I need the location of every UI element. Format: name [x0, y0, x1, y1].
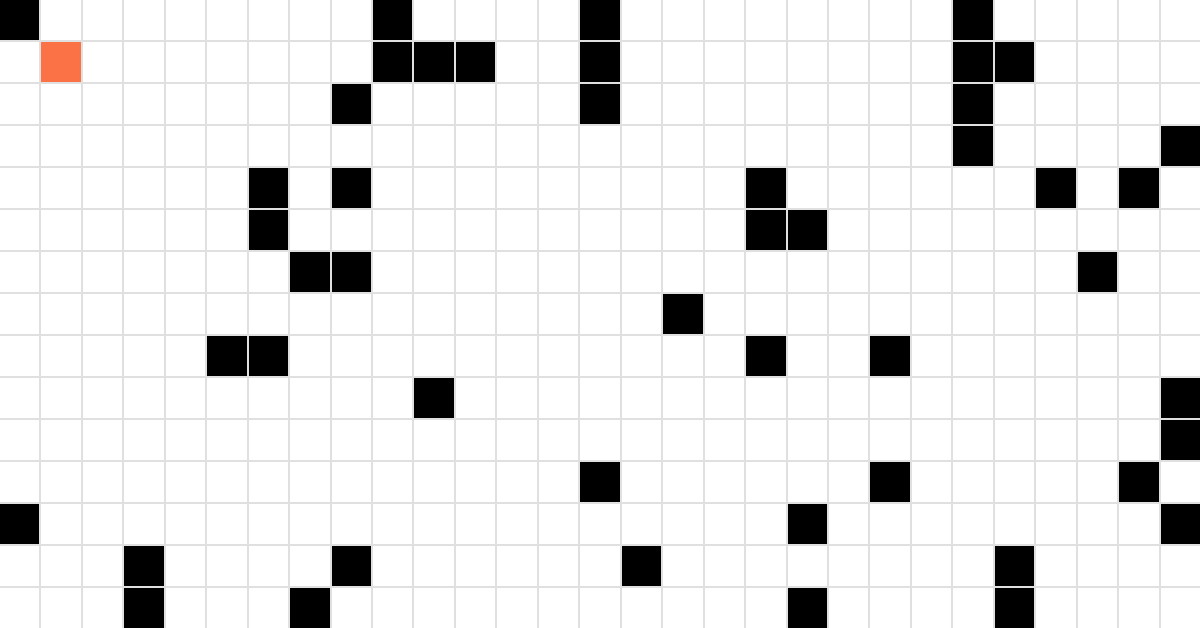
cell-r9-c27[interactable] [1119, 378, 1158, 418]
live-cell-r11-c21[interactable] [870, 462, 909, 502]
live-cell-r12-c19[interactable] [788, 504, 827, 544]
cell-r11-c8[interactable] [332, 462, 371, 502]
cell-r7-c23[interactable] [953, 294, 992, 334]
cell-r8-c11[interactable] [456, 336, 495, 376]
cell-r12-c15[interactable] [622, 504, 661, 544]
cell-r11-c12[interactable] [497, 462, 536, 502]
cell-r5-c26[interactable] [1078, 210, 1117, 250]
cell-r12-c16[interactable] [663, 504, 702, 544]
cell-r7-c6[interactable] [249, 294, 288, 334]
cell-r8-c14[interactable] [580, 336, 619, 376]
cell-r1-c4[interactable] [166, 42, 205, 82]
live-cell-r13-c24[interactable] [995, 546, 1034, 586]
cell-r4-c24[interactable] [995, 168, 1034, 208]
cell-r7-c5[interactable] [207, 294, 246, 334]
cell-r1-c7[interactable] [290, 42, 329, 82]
cell-r3-c8[interactable] [332, 126, 371, 166]
cell-r6-c22[interactable] [912, 252, 951, 292]
cell-r7-c20[interactable] [829, 294, 868, 334]
cell-r12-c8[interactable] [332, 504, 371, 544]
cell-r10-c12[interactable] [497, 420, 536, 460]
cell-r5-c0[interactable] [0, 210, 39, 250]
cell-r1-c13[interactable] [539, 42, 578, 82]
cell-r6-c16[interactable] [663, 252, 702, 292]
cell-r8-c19[interactable] [788, 336, 827, 376]
cell-r7-c7[interactable] [290, 294, 329, 334]
cell-r5-c24[interactable] [995, 210, 1034, 250]
cell-r11-c4[interactable] [166, 462, 205, 502]
live-cell-r4-c25[interactable] [1036, 168, 1075, 208]
cell-r3-c4[interactable] [166, 126, 205, 166]
cell-r1-c12[interactable] [497, 42, 536, 82]
cell-r11-c9[interactable] [373, 462, 412, 502]
cell-r2-c11[interactable] [456, 84, 495, 124]
cell-r9-c20[interactable] [829, 378, 868, 418]
cell-r8-c20[interactable] [829, 336, 868, 376]
cell-r7-c25[interactable] [1036, 294, 1075, 334]
cell-r1-c26[interactable] [1078, 42, 1117, 82]
cell-r2-c28[interactable] [1161, 84, 1200, 124]
cell-r0-c16[interactable] [663, 0, 702, 40]
live-cell-r0-c9[interactable] [373, 0, 412, 40]
cell-r9-c24[interactable] [995, 378, 1034, 418]
cell-r6-c2[interactable] [83, 252, 122, 292]
cell-r14-c22[interactable] [912, 588, 951, 628]
cell-r2-c15[interactable] [622, 84, 661, 124]
cell-r2-c20[interactable] [829, 84, 868, 124]
cell-r10-c6[interactable] [249, 420, 288, 460]
cell-r9-c26[interactable] [1078, 378, 1117, 418]
cell-r8-c10[interactable] [414, 336, 453, 376]
cell-r5-c5[interactable] [207, 210, 246, 250]
cell-r4-c3[interactable] [124, 168, 163, 208]
cell-r5-c25[interactable] [1036, 210, 1075, 250]
cell-r5-c16[interactable] [663, 210, 702, 250]
cell-r6-c3[interactable] [124, 252, 163, 292]
cell-r8-c2[interactable] [83, 336, 122, 376]
cell-r5-c10[interactable] [414, 210, 453, 250]
cell-r12-c20[interactable] [829, 504, 868, 544]
cell-r14-c2[interactable] [83, 588, 122, 628]
cell-r0-c17[interactable] [705, 0, 744, 40]
cell-r2-c21[interactable] [870, 84, 909, 124]
cell-r14-c10[interactable] [414, 588, 453, 628]
cell-r1-c15[interactable] [622, 42, 661, 82]
cell-r3-c14[interactable] [580, 126, 619, 166]
live-cell-r10-c28[interactable] [1161, 420, 1200, 460]
cell-r3-c5[interactable] [207, 126, 246, 166]
cell-r0-c26[interactable] [1078, 0, 1117, 40]
cell-r4-c14[interactable] [580, 168, 619, 208]
live-cell-r0-c14[interactable] [580, 0, 619, 40]
cell-r0-c1[interactable] [41, 0, 80, 40]
cell-r12-c17[interactable] [705, 504, 744, 544]
cell-r5-c13[interactable] [539, 210, 578, 250]
cell-r11-c20[interactable] [829, 462, 868, 502]
cell-r9-c19[interactable] [788, 378, 827, 418]
cell-r6-c24[interactable] [995, 252, 1034, 292]
live-cell-r1-c14[interactable] [580, 42, 619, 82]
live-cell-r13-c3[interactable] [124, 546, 163, 586]
cell-r4-c22[interactable] [912, 168, 951, 208]
live-cell-r14-c7[interactable] [290, 588, 329, 628]
cell-r12-c25[interactable] [1036, 504, 1075, 544]
cell-r14-c13[interactable] [539, 588, 578, 628]
cell-r0-c6[interactable] [249, 0, 288, 40]
cell-r8-c13[interactable] [539, 336, 578, 376]
live-cell-r9-c28[interactable] [1161, 378, 1200, 418]
cell-r11-c1[interactable] [41, 462, 80, 502]
cell-r0-c4[interactable] [166, 0, 205, 40]
cell-r12-c12[interactable] [497, 504, 536, 544]
cell-r9-c5[interactable] [207, 378, 246, 418]
cell-r2-c0[interactable] [0, 84, 39, 124]
cell-r8-c12[interactable] [497, 336, 536, 376]
cell-r7-c17[interactable] [705, 294, 744, 334]
cell-r2-c26[interactable] [1078, 84, 1117, 124]
cell-r1-c19[interactable] [788, 42, 827, 82]
cell-r13-c17[interactable] [705, 546, 744, 586]
cell-r7-c26[interactable] [1078, 294, 1117, 334]
cell-r14-c28[interactable] [1161, 588, 1200, 628]
cell-r11-c2[interactable] [83, 462, 122, 502]
cell-r9-c22[interactable] [912, 378, 951, 418]
cell-r6-c5[interactable] [207, 252, 246, 292]
cell-r6-c20[interactable] [829, 252, 868, 292]
cell-r13-c25[interactable] [1036, 546, 1075, 586]
cell-r3-c3[interactable] [124, 126, 163, 166]
cell-r5-c8[interactable] [332, 210, 371, 250]
cell-r4-c9[interactable] [373, 168, 412, 208]
cell-r13-c4[interactable] [166, 546, 205, 586]
cell-r7-c11[interactable] [456, 294, 495, 334]
cell-r11-c10[interactable] [414, 462, 453, 502]
cell-r2-c3[interactable] [124, 84, 163, 124]
cell-r0-c8[interactable] [332, 0, 371, 40]
cell-r0-c28[interactable] [1161, 0, 1200, 40]
cell-r8-c1[interactable] [41, 336, 80, 376]
cell-r2-c2[interactable] [83, 84, 122, 124]
cell-r4-c11[interactable] [456, 168, 495, 208]
cell-r12-c26[interactable] [1078, 504, 1117, 544]
cell-r13-c22[interactable] [912, 546, 951, 586]
cell-r6-c19[interactable] [788, 252, 827, 292]
cell-r1-c5[interactable] [207, 42, 246, 82]
cell-r10-c17[interactable] [705, 420, 744, 460]
cell-r14-c1[interactable] [41, 588, 80, 628]
cell-r5-c9[interactable] [373, 210, 412, 250]
cell-r2-c19[interactable] [788, 84, 827, 124]
cell-r8-c16[interactable] [663, 336, 702, 376]
cell-r3-c24[interactable] [995, 126, 1034, 166]
cell-r5-c2[interactable] [83, 210, 122, 250]
cell-r11-c11[interactable] [456, 462, 495, 502]
cell-r2-c24[interactable] [995, 84, 1034, 124]
cell-r9-c23[interactable] [953, 378, 992, 418]
cell-r7-c13[interactable] [539, 294, 578, 334]
cell-r14-c14[interactable] [580, 588, 619, 628]
cell-r1-c17[interactable] [705, 42, 744, 82]
cell-r14-c16[interactable] [663, 588, 702, 628]
live-cell-r14-c24[interactable] [995, 588, 1034, 628]
cell-r11-c6[interactable] [249, 462, 288, 502]
cell-r2-c6[interactable] [249, 84, 288, 124]
cell-r11-c25[interactable] [1036, 462, 1075, 502]
cell-r2-c7[interactable] [290, 84, 329, 124]
cell-r11-c19[interactable] [788, 462, 827, 502]
cell-r0-c11[interactable] [456, 0, 495, 40]
cell-r12-c10[interactable] [414, 504, 453, 544]
cell-r12-c21[interactable] [870, 504, 909, 544]
cell-r4-c10[interactable] [414, 168, 453, 208]
cell-r6-c17[interactable] [705, 252, 744, 292]
cell-r7-c2[interactable] [83, 294, 122, 334]
cell-r0-c15[interactable] [622, 0, 661, 40]
cell-r5-c21[interactable] [870, 210, 909, 250]
cell-r14-c27[interactable] [1119, 588, 1158, 628]
cell-r6-c15[interactable] [622, 252, 661, 292]
cell-r4-c15[interactable] [622, 168, 661, 208]
cell-r10-c4[interactable] [166, 420, 205, 460]
live-cell-r6-c8[interactable] [332, 252, 371, 292]
cell-r13-c27[interactable] [1119, 546, 1158, 586]
cell-r1-c2[interactable] [83, 42, 122, 82]
cell-r6-c12[interactable] [497, 252, 536, 292]
live-cell-r8-c6[interactable] [249, 336, 288, 376]
cell-r3-c10[interactable] [414, 126, 453, 166]
cell-r3-c7[interactable] [290, 126, 329, 166]
cell-r11-c5[interactable] [207, 462, 246, 502]
cell-r9-c15[interactable] [622, 378, 661, 418]
cell-r7-c28[interactable] [1161, 294, 1200, 334]
cell-r8-c24[interactable] [995, 336, 1034, 376]
cell-r12-c23[interactable] [953, 504, 992, 544]
cell-r13-c28[interactable] [1161, 546, 1200, 586]
cell-r11-c23[interactable] [953, 462, 992, 502]
cell-r0-c22[interactable] [912, 0, 951, 40]
cell-r0-c7[interactable] [290, 0, 329, 40]
cell-r0-c10[interactable] [414, 0, 453, 40]
cell-r3-c26[interactable] [1078, 126, 1117, 166]
cell-r11-c0[interactable] [0, 462, 39, 502]
live-cell-r12-c28[interactable] [1161, 504, 1200, 544]
cell-r9-c9[interactable] [373, 378, 412, 418]
cell-r11-c16[interactable] [663, 462, 702, 502]
cell-r7-c27[interactable] [1119, 294, 1158, 334]
cell-r10-c18[interactable] [746, 420, 785, 460]
cell-r13-c18[interactable] [746, 546, 785, 586]
cell-r10-c13[interactable] [539, 420, 578, 460]
live-cell-r4-c18[interactable] [746, 168, 785, 208]
cell-r13-c11[interactable] [456, 546, 495, 586]
cell-r11-c17[interactable] [705, 462, 744, 502]
cell-r8-c8[interactable] [332, 336, 371, 376]
cell-r13-c20[interactable] [829, 546, 868, 586]
cell-r2-c16[interactable] [663, 84, 702, 124]
cell-r5-c1[interactable] [41, 210, 80, 250]
cell-r12-c11[interactable] [456, 504, 495, 544]
cell-r10-c21[interactable] [870, 420, 909, 460]
cell-r7-c9[interactable] [373, 294, 412, 334]
cell-r9-c1[interactable] [41, 378, 80, 418]
cell-r2-c9[interactable] [373, 84, 412, 124]
cell-r9-c4[interactable] [166, 378, 205, 418]
cell-r12-c9[interactable] [373, 504, 412, 544]
cell-r13-c6[interactable] [249, 546, 288, 586]
live-cell-r1-c23[interactable] [953, 42, 992, 82]
cell-r3-c9[interactable] [373, 126, 412, 166]
cell-r14-c5[interactable] [207, 588, 246, 628]
live-cell-r12-c0[interactable] [0, 504, 39, 544]
cell-r10-c7[interactable] [290, 420, 329, 460]
live-cell-r4-c6[interactable] [249, 168, 288, 208]
cell-r9-c0[interactable] [0, 378, 39, 418]
cell-r2-c13[interactable] [539, 84, 578, 124]
cell-r0-c27[interactable] [1119, 0, 1158, 40]
cell-r3-c6[interactable] [249, 126, 288, 166]
cell-r8-c22[interactable] [912, 336, 951, 376]
cell-r10-c15[interactable] [622, 420, 661, 460]
cell-r12-c24[interactable] [995, 504, 1034, 544]
cell-r10-c22[interactable] [912, 420, 951, 460]
cell-r7-c21[interactable] [870, 294, 909, 334]
cell-r4-c17[interactable] [705, 168, 744, 208]
cell-r7-c1[interactable] [41, 294, 80, 334]
cell-r8-c23[interactable] [953, 336, 992, 376]
cell-r10-c26[interactable] [1078, 420, 1117, 460]
cell-r13-c13[interactable] [539, 546, 578, 586]
cell-r0-c20[interactable] [829, 0, 868, 40]
live-cell-r14-c3[interactable] [124, 588, 163, 628]
cell-r2-c12[interactable] [497, 84, 536, 124]
cell-r6-c4[interactable] [166, 252, 205, 292]
highlighted-cell-r1-c1[interactable] [41, 42, 80, 82]
cell-r10-c2[interactable] [83, 420, 122, 460]
live-cell-r2-c14[interactable] [580, 84, 619, 124]
cell-r9-c3[interactable] [124, 378, 163, 418]
cell-r3-c2[interactable] [83, 126, 122, 166]
cell-r12-c14[interactable] [580, 504, 619, 544]
cell-r13-c0[interactable] [0, 546, 39, 586]
live-cell-r3-c28[interactable] [1161, 126, 1200, 166]
cell-r10-c14[interactable] [580, 420, 619, 460]
live-cell-r11-c27[interactable] [1119, 462, 1158, 502]
cell-r11-c3[interactable] [124, 462, 163, 502]
cell-r0-c21[interactable] [870, 0, 909, 40]
cell-r7-c10[interactable] [414, 294, 453, 334]
cell-r12-c1[interactable] [41, 504, 80, 544]
cell-r4-c21[interactable] [870, 168, 909, 208]
cell-r9-c14[interactable] [580, 378, 619, 418]
cell-r6-c21[interactable] [870, 252, 909, 292]
cell-r6-c0[interactable] [0, 252, 39, 292]
cell-r14-c20[interactable] [829, 588, 868, 628]
live-cell-r4-c27[interactable] [1119, 168, 1158, 208]
cell-r3-c16[interactable] [663, 126, 702, 166]
cell-r9-c16[interactable] [663, 378, 702, 418]
cell-r14-c18[interactable] [746, 588, 785, 628]
cell-r4-c0[interactable] [0, 168, 39, 208]
cell-r1-c20[interactable] [829, 42, 868, 82]
cell-r5-c23[interactable] [953, 210, 992, 250]
cell-r1-c21[interactable] [870, 42, 909, 82]
cell-r8-c9[interactable] [373, 336, 412, 376]
cell-r4-c5[interactable] [207, 168, 246, 208]
cell-r14-c0[interactable] [0, 588, 39, 628]
cell-r5-c11[interactable] [456, 210, 495, 250]
live-cell-r11-c14[interactable] [580, 462, 619, 502]
cell-r7-c8[interactable] [332, 294, 371, 334]
cell-r12-c7[interactable] [290, 504, 329, 544]
cell-r0-c12[interactable] [497, 0, 536, 40]
cell-r2-c18[interactable] [746, 84, 785, 124]
cell-r0-c13[interactable] [539, 0, 578, 40]
cell-r6-c10[interactable] [414, 252, 453, 292]
cell-r4-c4[interactable] [166, 168, 205, 208]
cell-r14-c9[interactable] [373, 588, 412, 628]
live-cell-r13-c15[interactable] [622, 546, 661, 586]
cell-r9-c7[interactable] [290, 378, 329, 418]
cell-r0-c3[interactable] [124, 0, 163, 40]
cell-r0-c2[interactable] [83, 0, 122, 40]
cell-r13-c7[interactable] [290, 546, 329, 586]
cell-r14-c4[interactable] [166, 588, 205, 628]
cell-r6-c23[interactable] [953, 252, 992, 292]
cell-r9-c25[interactable] [1036, 378, 1075, 418]
live-cell-r6-c26[interactable] [1078, 252, 1117, 292]
cell-r8-c3[interactable] [124, 336, 163, 376]
cell-r0-c5[interactable] [207, 0, 246, 40]
cell-r6-c1[interactable] [41, 252, 80, 292]
cell-r8-c17[interactable] [705, 336, 744, 376]
cell-r8-c28[interactable] [1161, 336, 1200, 376]
cell-r0-c24[interactable] [995, 0, 1034, 40]
live-cell-r5-c19[interactable] [788, 210, 827, 250]
cell-r12-c2[interactable] [83, 504, 122, 544]
live-cell-r1-c9[interactable] [373, 42, 412, 82]
cell-r12-c18[interactable] [746, 504, 785, 544]
cell-r13-c9[interactable] [373, 546, 412, 586]
cell-r14-c11[interactable] [456, 588, 495, 628]
cell-r14-c12[interactable] [497, 588, 536, 628]
cell-r11-c26[interactable] [1078, 462, 1117, 502]
cell-r14-c6[interactable] [249, 588, 288, 628]
cell-r9-c11[interactable] [456, 378, 495, 418]
cell-r5-c7[interactable] [290, 210, 329, 250]
cell-r5-c14[interactable] [580, 210, 619, 250]
cell-r9-c17[interactable] [705, 378, 744, 418]
cell-r2-c10[interactable] [414, 84, 453, 124]
cell-r4-c7[interactable] [290, 168, 329, 208]
cell-r3-c27[interactable] [1119, 126, 1158, 166]
cell-r10-c9[interactable] [373, 420, 412, 460]
cell-r9-c13[interactable] [539, 378, 578, 418]
cell-r7-c15[interactable] [622, 294, 661, 334]
cell-r10-c10[interactable] [414, 420, 453, 460]
cell-r3-c11[interactable] [456, 126, 495, 166]
cell-r5-c3[interactable] [124, 210, 163, 250]
cell-r14-c17[interactable] [705, 588, 744, 628]
live-cell-r0-c23[interactable] [953, 0, 992, 40]
cell-r3-c12[interactable] [497, 126, 536, 166]
cell-r10-c24[interactable] [995, 420, 1034, 460]
cell-r8-c15[interactable] [622, 336, 661, 376]
cell-r10-c27[interactable] [1119, 420, 1158, 460]
cell-r4-c2[interactable] [83, 168, 122, 208]
live-cell-r14-c19[interactable] [788, 588, 827, 628]
cell-r4-c20[interactable] [829, 168, 868, 208]
cell-r6-c25[interactable] [1036, 252, 1075, 292]
